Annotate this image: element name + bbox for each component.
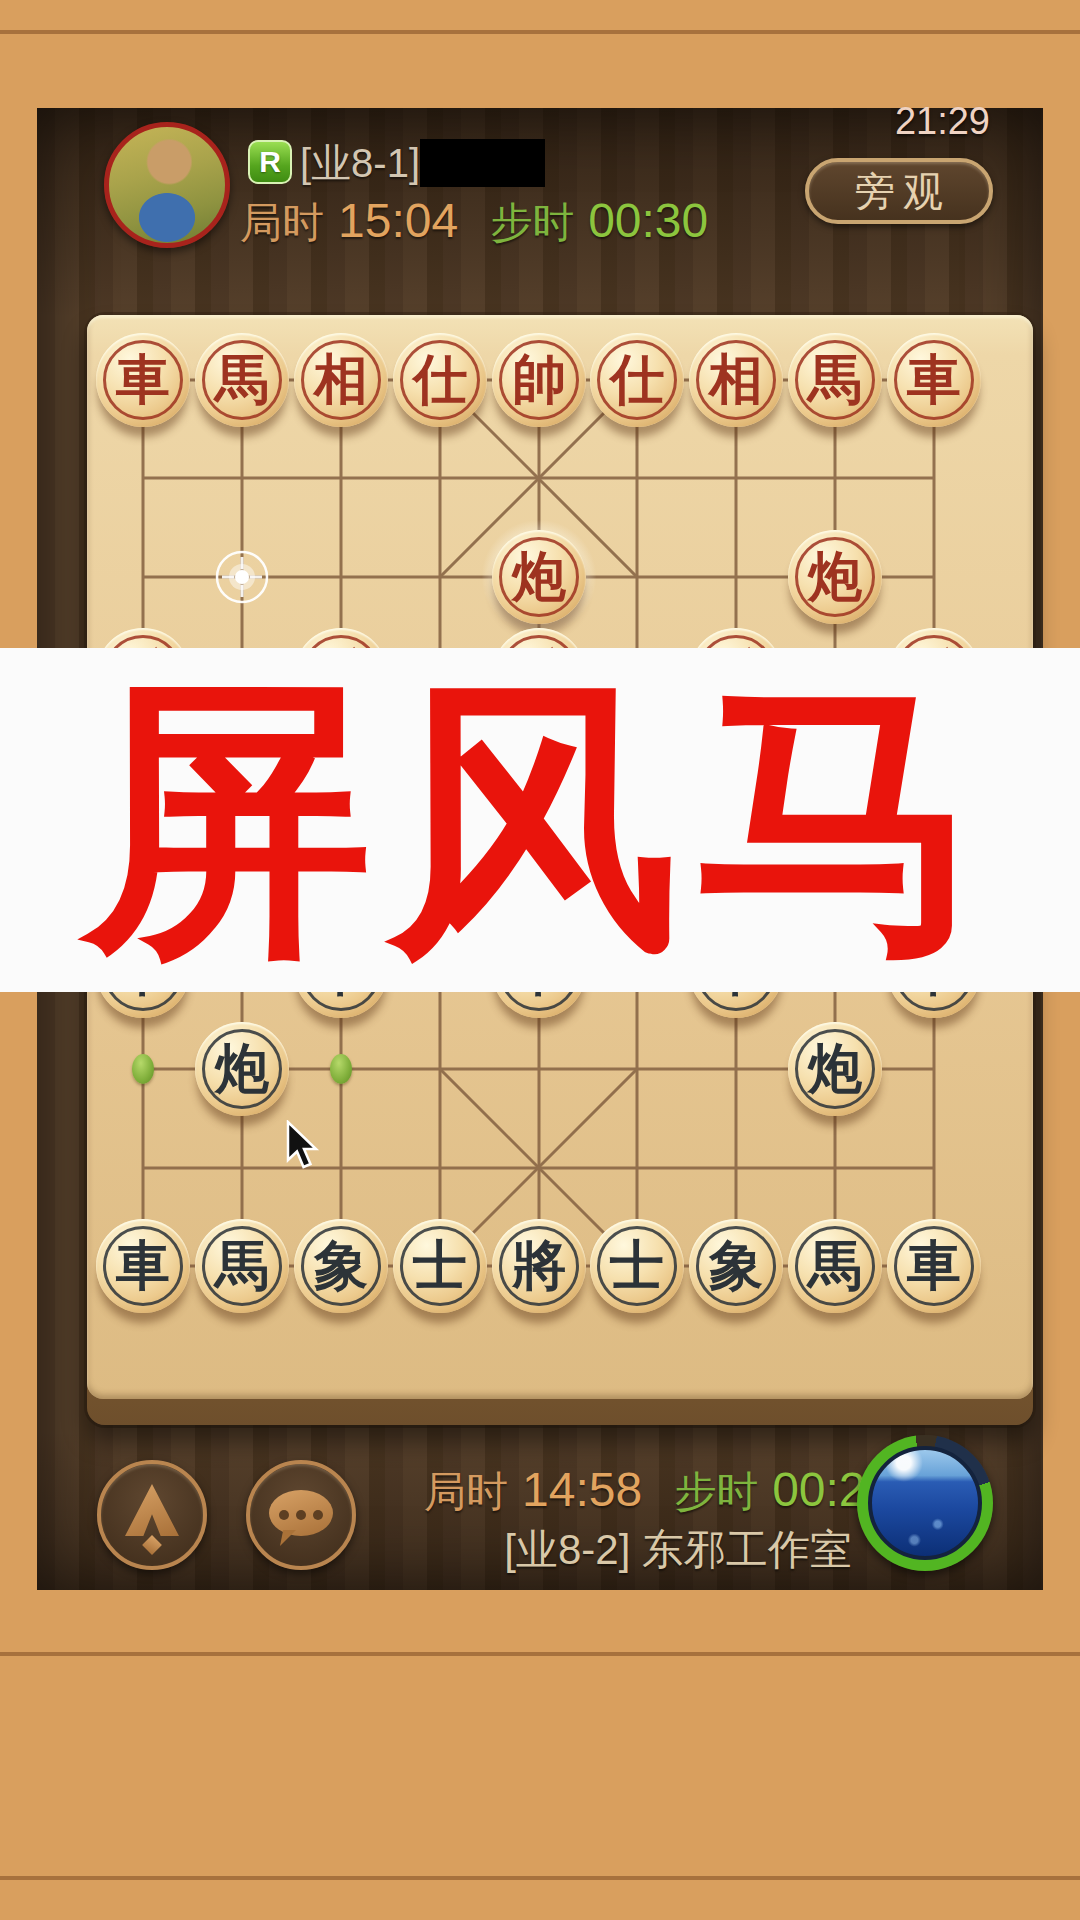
opponent-rank-tag: [业8-1] (300, 138, 420, 188)
caption-text: 屏风马 (81, 674, 999, 966)
game-time-value: 14:58 (522, 1462, 642, 1517)
piece-馬-black[interactable]: 馬 (788, 1219, 882, 1313)
step-time-label: 步时 (490, 195, 574, 251)
system-clock: 21:29 (0, 100, 990, 143)
step-time-label: 步时 (674, 1464, 758, 1520)
piece-車-black[interactable]: 車 (887, 1219, 981, 1313)
move-origin-marker (214, 549, 270, 605)
piece-車-red[interactable]: 車 (96, 333, 190, 427)
plank-seam (0, 1876, 1080, 1880)
game-time-label: 局时 (424, 1464, 508, 1520)
plank-seam (0, 1652, 1080, 1656)
piece-馬-black[interactable]: 馬 (195, 1219, 289, 1313)
piece-象-black[interactable]: 象 (294, 1219, 388, 1313)
piece-仕-red[interactable]: 仕 (393, 333, 487, 427)
redacted-player-name (420, 139, 545, 187)
player-clocks: 局时 14:58 步时 00:24 (424, 1462, 892, 1520)
opponent-clocks: 局时 15:04 步时 00:30 (240, 193, 708, 251)
piece-仕-red[interactable]: 仕 (590, 333, 684, 427)
mouse-cursor (286, 1120, 320, 1170)
piece-炮-red[interactable]: 炮 (788, 530, 882, 624)
piece-士-black[interactable]: 士 (393, 1219, 487, 1313)
piece-帥-red[interactable]: 帥 (492, 333, 586, 427)
piece-車-red[interactable]: 車 (887, 333, 981, 427)
player-avatar-photo (868, 1446, 982, 1560)
caption-banner: 屏风马 (0, 648, 1080, 992)
hint-dot[interactable] (132, 1054, 154, 1084)
piece-相-red[interactable]: 相 (294, 333, 388, 427)
piece-炮-black[interactable]: 炮 (195, 1022, 289, 1116)
piece-馬-red[interactable]: 馬 (195, 333, 289, 427)
piece-炮-black[interactable]: 炮 (788, 1022, 882, 1116)
player-rank-and-name: [业8-2] 东邪工作室 (0, 1522, 852, 1578)
piece-相-red[interactable]: 相 (689, 333, 783, 427)
piece-將-black[interactable]: 將 (492, 1219, 586, 1313)
piece-車-black[interactable]: 車 (96, 1219, 190, 1313)
hint-dot[interactable] (330, 1054, 352, 1084)
player-avatar-with-timer-ring[interactable] (857, 1435, 993, 1571)
game-time-label: 局时 (240, 195, 324, 251)
step-time-value: 00:30 (588, 193, 708, 248)
game-time-value: 15:04 (338, 193, 458, 248)
piece-象-black[interactable]: 象 (689, 1219, 783, 1313)
screenshot-root: { "game": "xiangqi", "app_name_hint": "C… (0, 0, 1080, 1920)
piece-炮-red[interactable]: 炮 (492, 530, 586, 624)
rating-badge-icon: R (248, 140, 292, 184)
piece-馬-red[interactable]: 馬 (788, 333, 882, 427)
piece-士-black[interactable]: 士 (590, 1219, 684, 1313)
plank-seam (0, 30, 1080, 34)
spectate-button[interactable]: 旁观 (805, 158, 993, 224)
